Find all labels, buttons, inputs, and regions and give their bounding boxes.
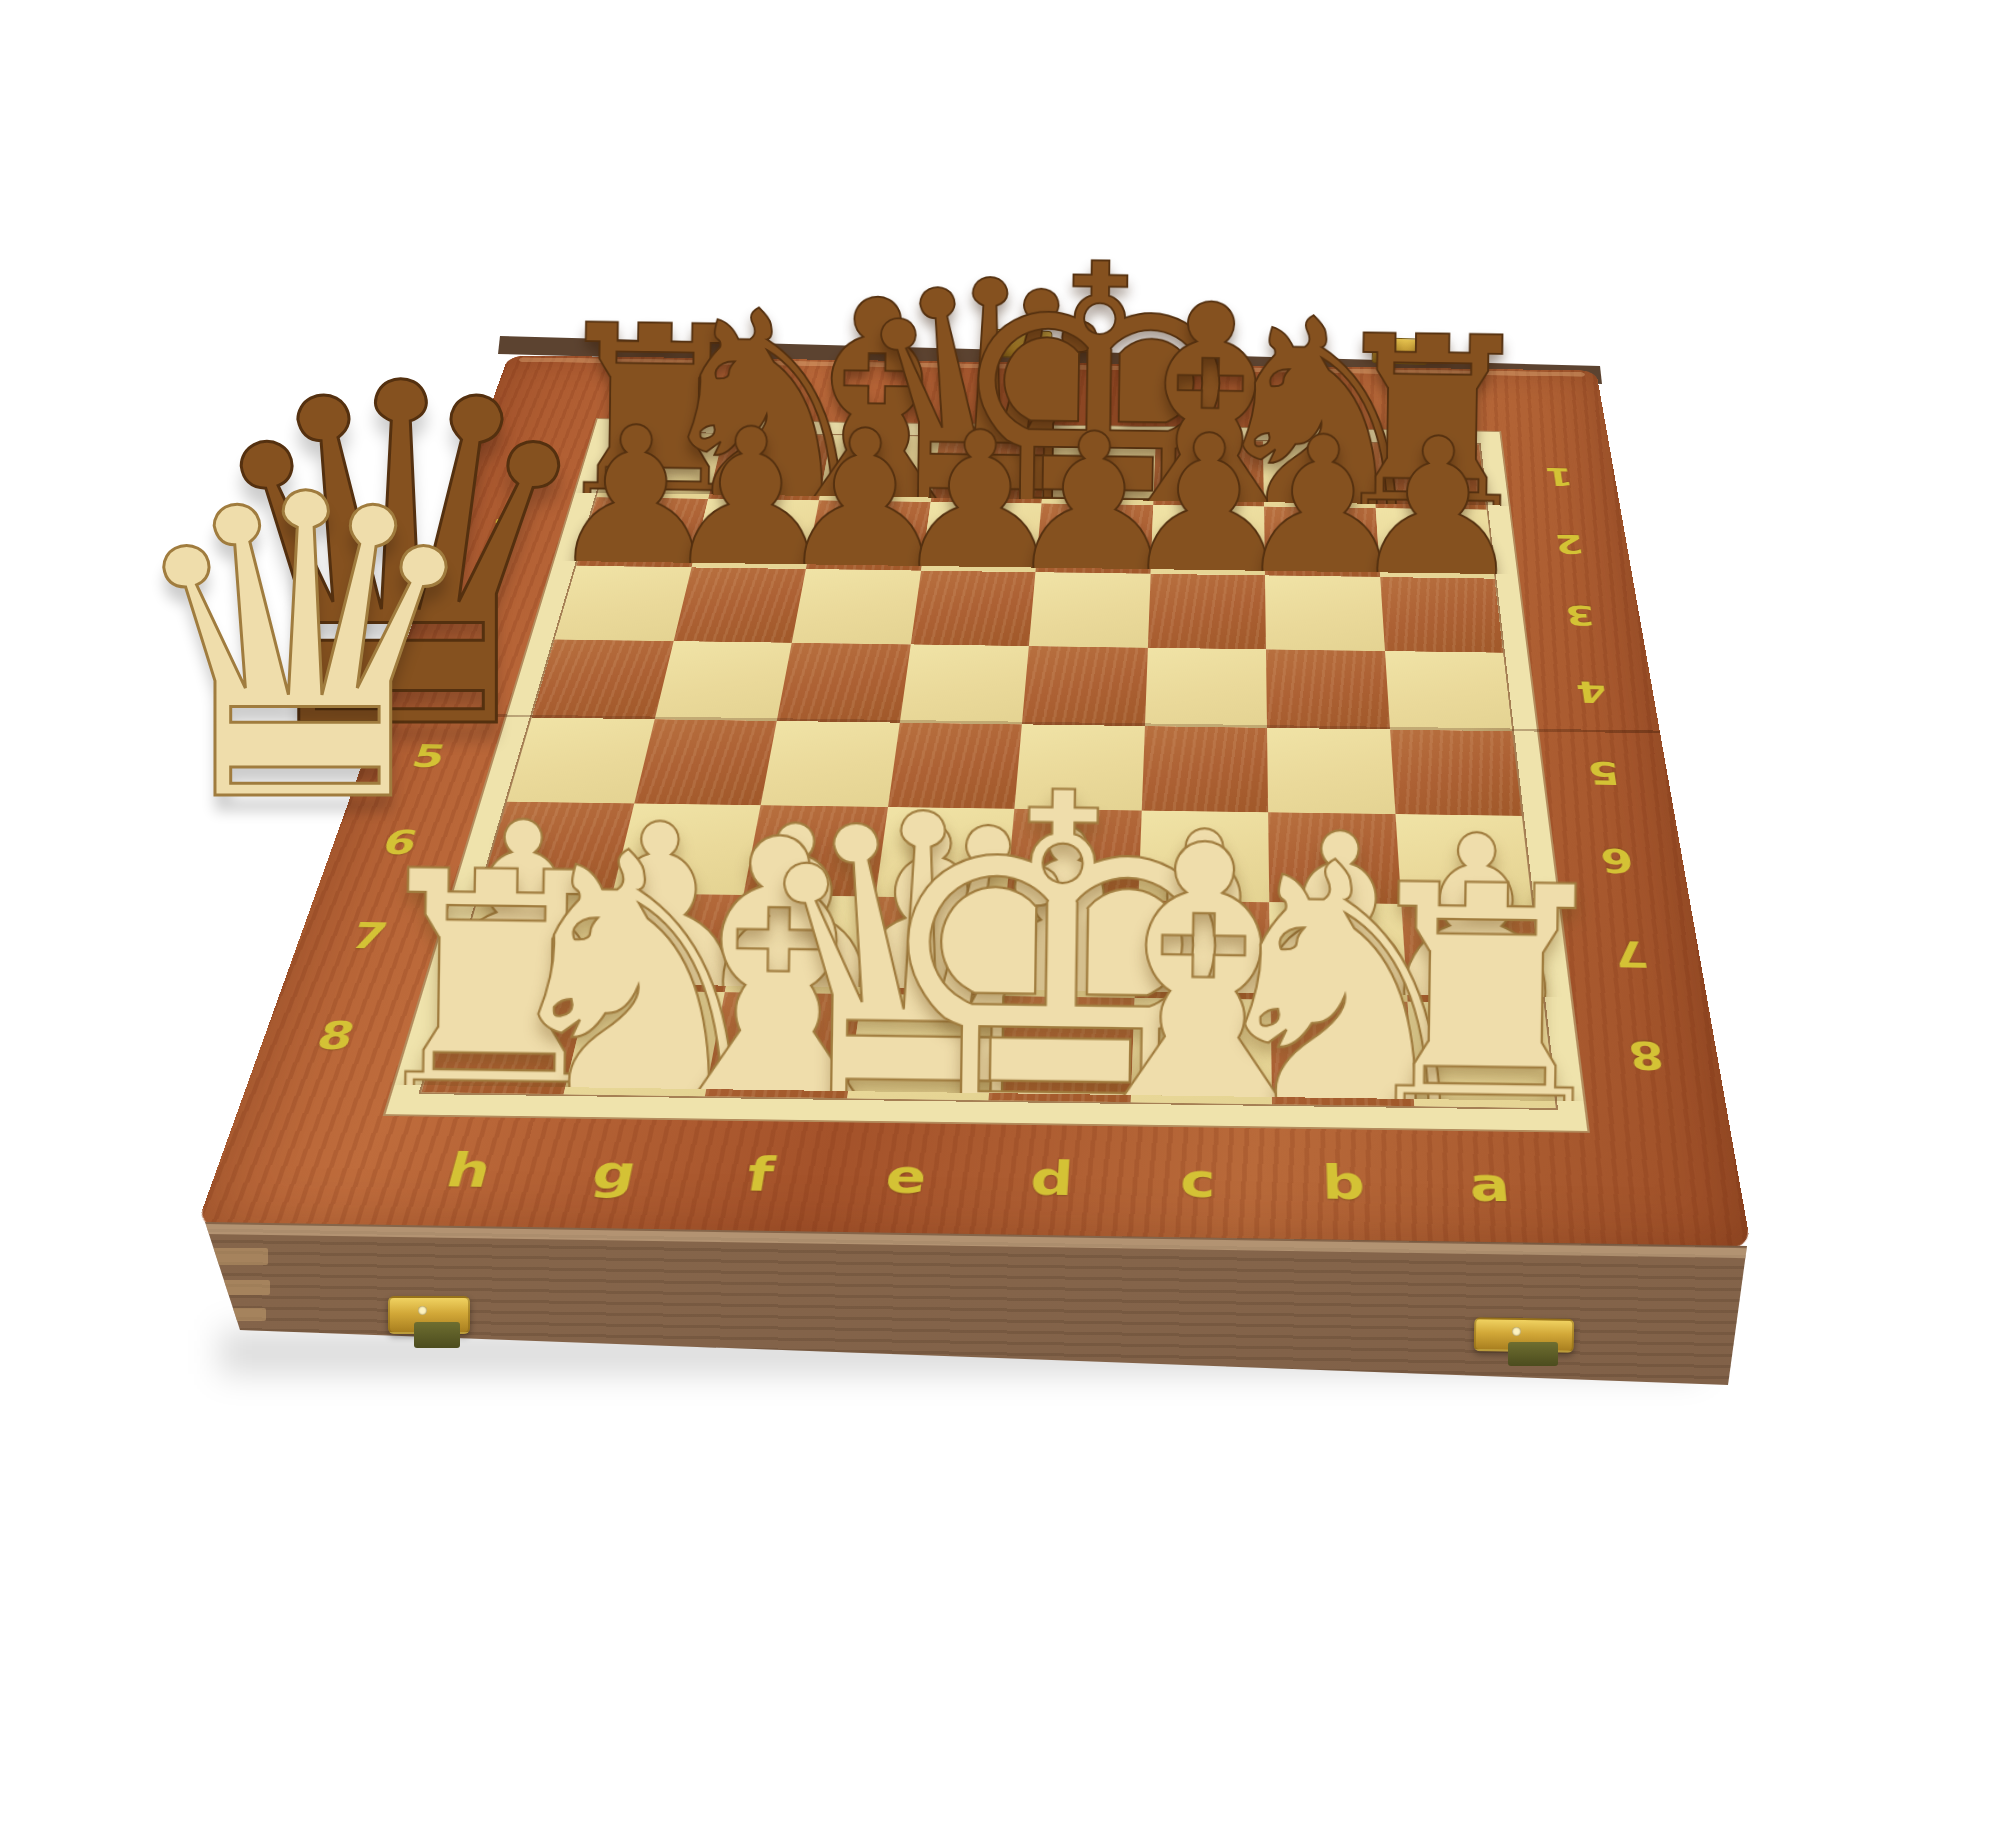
file-label-c: c (1123, 1125, 1272, 1240)
extra-light-queen: ♛ (90, 442, 520, 860)
file-label-f: f (677, 1119, 842, 1233)
square-g3 (673, 567, 806, 642)
brass-latch-icon (1474, 1318, 1580, 1368)
latch-keeper (1508, 1342, 1558, 1366)
file-label-a: a (1413, 1129, 1569, 1244)
square-e3 (910, 571, 1035, 646)
scene: ♜♞♝♛♚♝♞♜♟♟♟♟♟♟♟♟♟♟♟♟♟♟♟♟♜♞♝♛♚♝♞♜ 1234567… (0, 0, 2000, 1822)
file-labels-near: hgfedcba (379, 1115, 1569, 1244)
file-label-g: g (528, 1117, 698, 1231)
latch-screw (1512, 1327, 1521, 1336)
square-f3 (792, 569, 921, 644)
file-label-e: e (825, 1121, 984, 1236)
square-a4 (1384, 651, 1512, 731)
brass-latch-icon (388, 1296, 476, 1350)
square-g4 (654, 641, 792, 721)
finger-joint (212, 1248, 268, 1265)
file-label-b: b (1270, 1127, 1420, 1242)
rank-label-right-4: 4 (1525, 651, 1660, 731)
latch-screw (418, 1306, 427, 1315)
rank-label-right-3: 3 (1516, 578, 1646, 653)
file-label-d: d (974, 1123, 1127, 1238)
square-b4 (1266, 649, 1390, 729)
square-a8: ♜ (1407, 1001, 1556, 1108)
square-b3 (1265, 575, 1385, 650)
square-a2: ♟ (1375, 508, 1494, 579)
square-d3 (1029, 572, 1150, 647)
square-c3 (1147, 574, 1266, 649)
file-label-h: h (379, 1115, 555, 1229)
square-a3 (1380, 577, 1503, 652)
latch-keeper (414, 1322, 460, 1348)
